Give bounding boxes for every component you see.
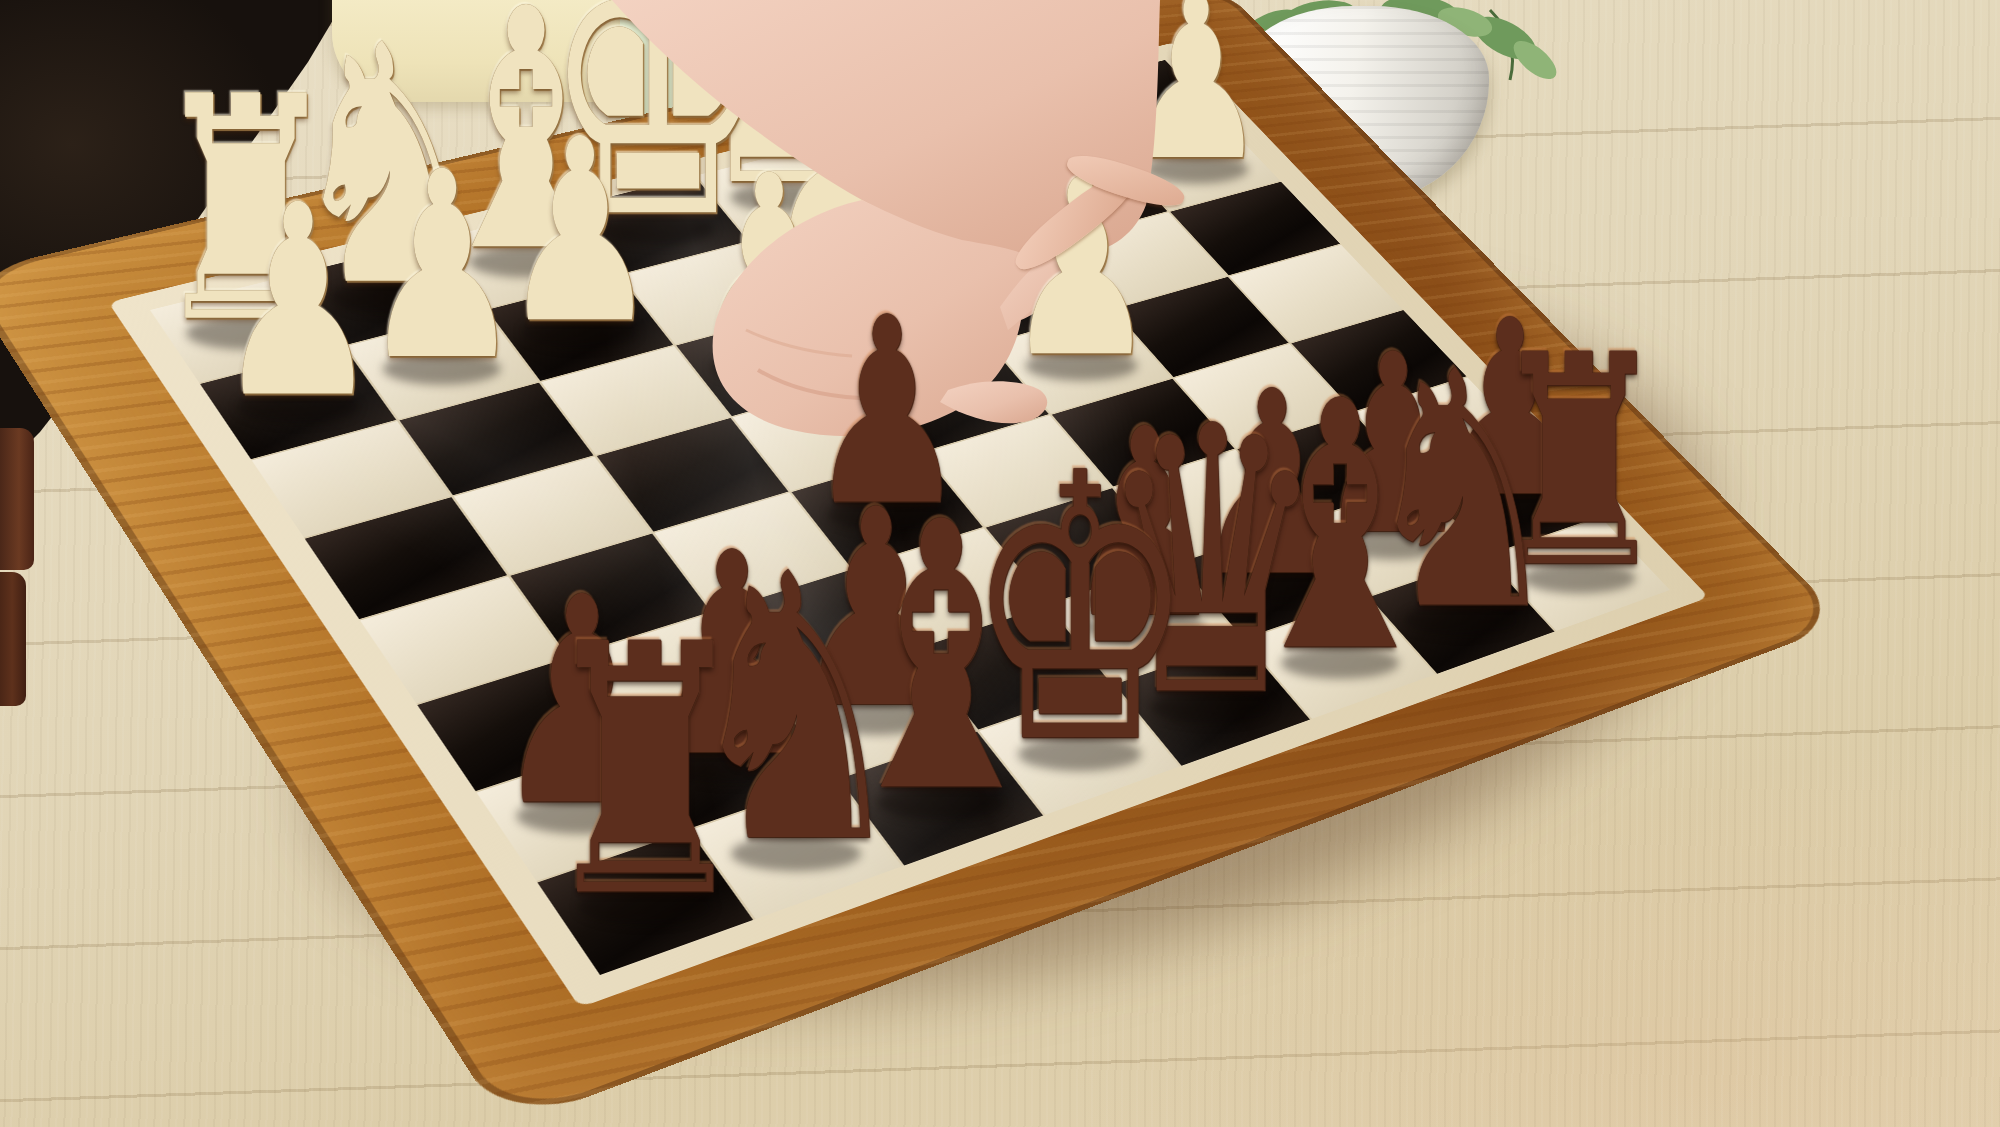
white-pawn-g2[interactable]: ♟ <box>361 138 523 396</box>
black-rook-h8[interactable]: ♜ <box>537 600 753 944</box>
fingertips-on-held-pawn <box>1002 173 1177 260</box>
white-pawn-h2[interactable]: ♟ <box>215 170 381 434</box>
white-pawn-f2[interactable]: ♟ <box>501 106 659 358</box>
scene: Overhead-angle photo of a wooden chess s… <box>0 0 2000 1127</box>
off-board-rosewood-piece[interactable] <box>0 428 34 570</box>
off-board-rosewood-piece[interactable] <box>0 572 26 706</box>
